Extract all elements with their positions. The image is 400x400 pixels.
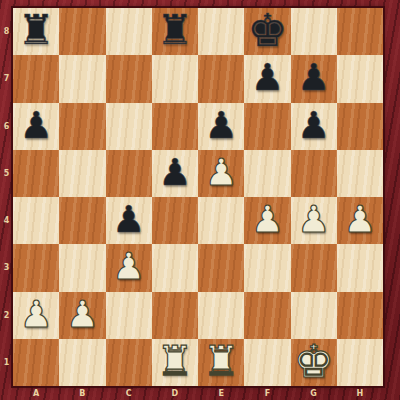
square-g4[interactable]: ♟ xyxy=(291,197,337,244)
rank-label-2: 2 xyxy=(0,292,13,339)
square-c6[interactable] xyxy=(106,103,152,150)
piece-white-pawn-a2[interactable]: ♟ xyxy=(20,296,53,333)
rank-label-6: 6 xyxy=(0,103,13,150)
square-d2[interactable] xyxy=(152,292,198,339)
square-f6[interactable] xyxy=(244,103,290,150)
rank-label-3: 3 xyxy=(0,244,13,291)
square-f7[interactable]: ♟ xyxy=(244,55,290,102)
piece-white-rook-e1[interactable]: ♜ xyxy=(203,341,240,382)
piece-white-pawn-g4[interactable]: ♟ xyxy=(297,201,330,238)
file-label-a: A xyxy=(13,386,59,400)
file-label-d: D xyxy=(152,386,198,400)
square-d5[interactable]: ♟ xyxy=(152,150,198,197)
square-e5[interactable]: ♟ xyxy=(198,150,244,197)
piece-black-rook-a8[interactable]: ♜ xyxy=(18,10,55,51)
square-b4[interactable] xyxy=(59,197,105,244)
square-g6[interactable]: ♟ xyxy=(291,103,337,150)
piece-white-pawn-h4[interactable]: ♟ xyxy=(343,201,376,238)
square-a8[interactable]: ♜ xyxy=(13,8,59,55)
file-label-f: F xyxy=(244,386,290,400)
square-g8[interactable] xyxy=(291,8,337,55)
piece-white-pawn-b2[interactable]: ♟ xyxy=(66,296,99,333)
square-d3[interactable] xyxy=(152,244,198,291)
square-b2[interactable]: ♟ xyxy=(59,292,105,339)
piece-white-pawn-f4[interactable]: ♟ xyxy=(251,201,284,238)
square-e6[interactable]: ♟ xyxy=(198,103,244,150)
square-a5[interactable] xyxy=(13,150,59,197)
square-f5[interactable] xyxy=(244,150,290,197)
square-b7[interactable] xyxy=(59,55,105,102)
piece-black-rook-d8[interactable]: ♜ xyxy=(156,10,193,51)
piece-white-pawn-c3[interactable]: ♟ xyxy=(112,248,145,285)
square-f8[interactable]: ♚ xyxy=(244,8,290,55)
square-h4[interactable]: ♟ xyxy=(337,197,383,244)
square-c4[interactable]: ♟ xyxy=(106,197,152,244)
square-b1[interactable] xyxy=(59,339,105,386)
square-c2[interactable] xyxy=(106,292,152,339)
rank-label-4: 4 xyxy=(0,197,13,244)
square-c7[interactable] xyxy=(106,55,152,102)
square-f3[interactable] xyxy=(244,244,290,291)
square-e3[interactable] xyxy=(198,244,244,291)
rank-label-7: 7 xyxy=(0,55,13,102)
piece-white-rook-d1[interactable]: ♜ xyxy=(156,341,193,382)
square-g2[interactable] xyxy=(291,292,337,339)
square-a4[interactable] xyxy=(13,197,59,244)
square-g3[interactable] xyxy=(291,244,337,291)
rank-labels: 87654321 xyxy=(0,8,13,386)
square-h6[interactable] xyxy=(337,103,383,150)
rank-label-1: 1 xyxy=(0,339,13,386)
piece-black-pawn-g7[interactable]: ♟ xyxy=(297,59,330,96)
square-f4[interactable]: ♟ xyxy=(244,197,290,244)
rank-label-8: 8 xyxy=(0,8,13,55)
square-h1[interactable] xyxy=(337,339,383,386)
file-label-b: B xyxy=(59,386,105,400)
square-b8[interactable] xyxy=(59,8,105,55)
piece-white-pawn-e5[interactable]: ♟ xyxy=(205,154,238,191)
square-a3[interactable] xyxy=(13,244,59,291)
square-h8[interactable] xyxy=(337,8,383,55)
file-label-c: C xyxy=(106,386,152,400)
file-label-h: H xyxy=(337,386,383,400)
square-g7[interactable]: ♟ xyxy=(291,55,337,102)
piece-black-pawn-f7[interactable]: ♟ xyxy=(251,59,284,96)
square-e1[interactable]: ♜ xyxy=(198,339,244,386)
square-g1[interactable]: ♚ xyxy=(291,339,337,386)
file-label-e: E xyxy=(198,386,244,400)
piece-black-king-f8[interactable]: ♚ xyxy=(247,8,287,53)
square-c3[interactable]: ♟ xyxy=(106,244,152,291)
piece-black-pawn-d5[interactable]: ♟ xyxy=(158,154,191,191)
square-d1[interactable]: ♜ xyxy=(152,339,198,386)
square-e2[interactable] xyxy=(198,292,244,339)
square-h5[interactable] xyxy=(337,150,383,197)
square-e7[interactable] xyxy=(198,55,244,102)
piece-black-pawn-c4[interactable]: ♟ xyxy=(112,201,145,238)
square-e4[interactable] xyxy=(198,197,244,244)
square-d8[interactable]: ♜ xyxy=(152,8,198,55)
square-c1[interactable] xyxy=(106,339,152,386)
file-labels: ABCDEFGH xyxy=(13,386,383,400)
square-d7[interactable] xyxy=(152,55,198,102)
square-a6[interactable]: ♟ xyxy=(13,103,59,150)
file-label-g: G xyxy=(291,386,337,400)
square-f2[interactable] xyxy=(244,292,290,339)
square-a2[interactable]: ♟ xyxy=(13,292,59,339)
square-d4[interactable] xyxy=(152,197,198,244)
square-b3[interactable] xyxy=(59,244,105,291)
square-d6[interactable] xyxy=(152,103,198,150)
piece-white-king-g1[interactable]: ♚ xyxy=(293,339,333,384)
square-h7[interactable] xyxy=(337,55,383,102)
square-a1[interactable] xyxy=(13,339,59,386)
square-e8[interactable] xyxy=(198,8,244,55)
piece-black-pawn-a6[interactable]: ♟ xyxy=(20,107,53,144)
square-h2[interactable] xyxy=(337,292,383,339)
chess-board-frame: 87654321 ♜♜♚♟♟♟♟♟♟♟♟♟♟♟♟♟♟♜♜♚ ABCDEFGH xyxy=(0,0,400,400)
square-c8[interactable] xyxy=(106,8,152,55)
square-b5[interactable] xyxy=(59,150,105,197)
square-h3[interactable] xyxy=(337,244,383,291)
square-g5[interactable] xyxy=(291,150,337,197)
piece-black-pawn-e6[interactable]: ♟ xyxy=(205,107,238,144)
square-b6[interactable] xyxy=(59,103,105,150)
board: ♜♜♚♟♟♟♟♟♟♟♟♟♟♟♟♟♟♜♜♚ xyxy=(13,8,383,386)
square-f1[interactable] xyxy=(244,339,290,386)
piece-black-pawn-g6[interactable]: ♟ xyxy=(297,107,330,144)
square-c5[interactable] xyxy=(106,150,152,197)
square-a7[interactable] xyxy=(13,55,59,102)
rank-label-5: 5 xyxy=(0,150,13,197)
